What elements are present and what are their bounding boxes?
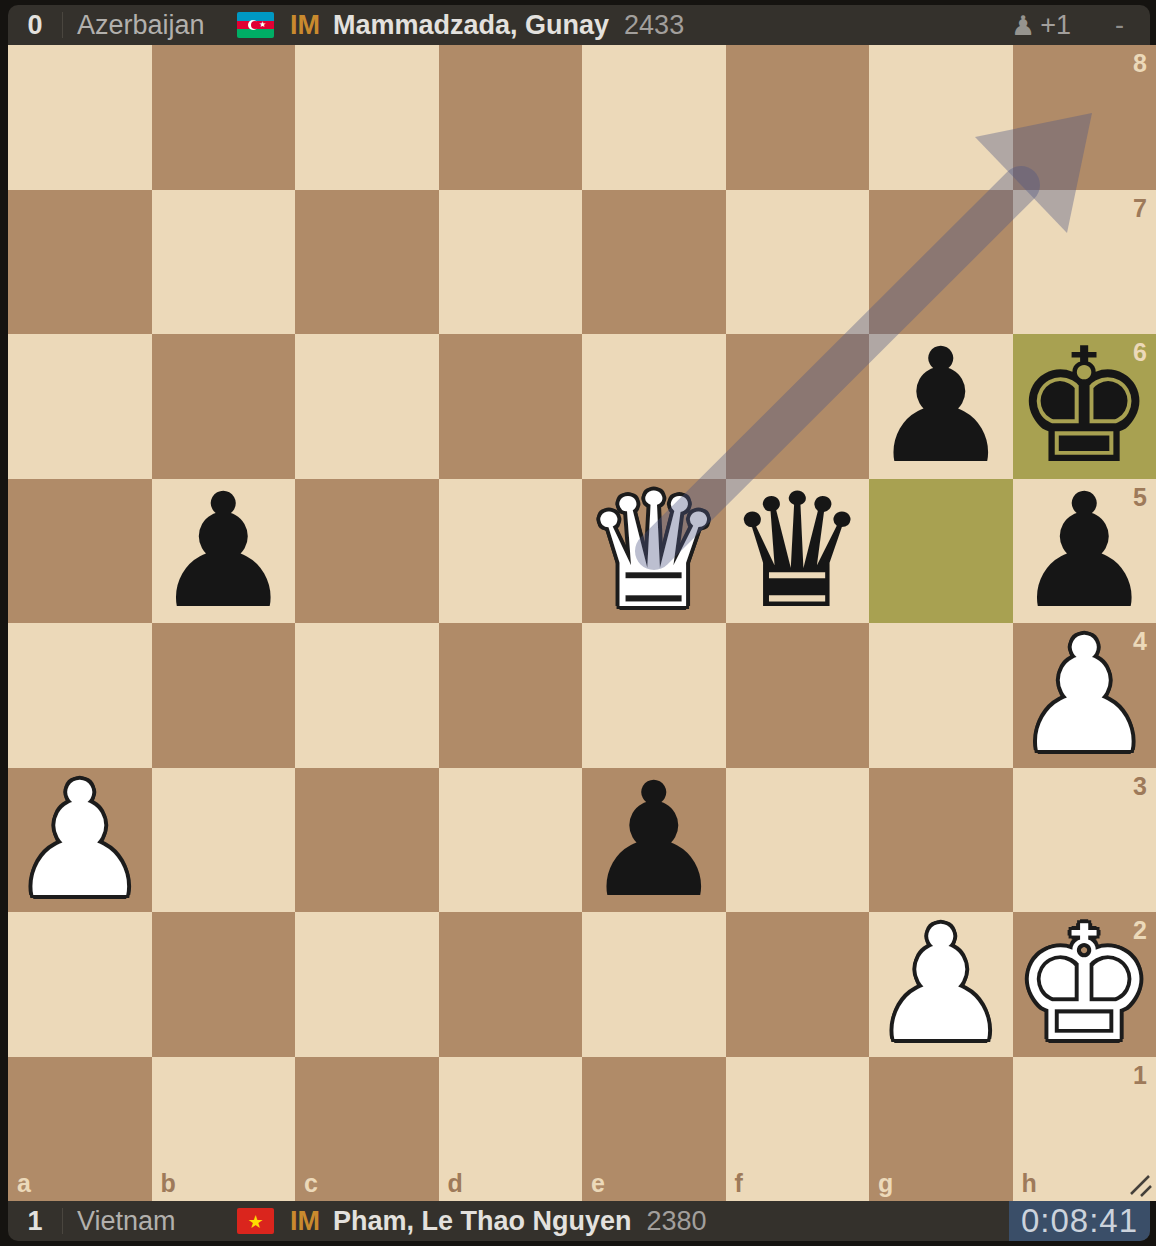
material-count: +1 (1040, 10, 1071, 41)
star-icon (259, 21, 267, 29)
bar-divider (62, 1208, 63, 1234)
bottom-player-bar: 1 Vietnam IM Pham, Le Thao Nguyen 2380 0… (8, 1201, 1150, 1241)
top-player-bar: 0 Azerbaijan IM Mammadzada, Gunay 2433 ♟… (8, 5, 1150, 45)
file-label: a (17, 1171, 31, 1196)
black-pawn[interactable]: ♟ (870, 334, 1012, 478)
square-h7[interactable]: 7 (1013, 190, 1156, 335)
square-c8[interactable] (295, 45, 439, 190)
resize-handle-icon[interactable] (1127, 1172, 1153, 1198)
square-h6[interactable]: 6♚ (1013, 334, 1156, 479)
file-label: e (591, 1171, 605, 1196)
bottom-player-score: 1 (8, 1206, 62, 1237)
square-g8[interactable] (869, 45, 1013, 190)
square-f3[interactable] (726, 768, 870, 913)
square-d6[interactable] (439, 334, 583, 479)
square-a6[interactable] (8, 334, 152, 479)
square-d2[interactable] (439, 912, 583, 1057)
rank-label: 2 (1133, 918, 1147, 943)
square-b8[interactable] (152, 45, 296, 190)
square-h5[interactable]: 5♟ (1013, 479, 1156, 624)
square-c2[interactable] (295, 912, 439, 1057)
file-label: g (878, 1171, 893, 1196)
square-h8[interactable]: 8 (1013, 45, 1156, 190)
square-c5[interactable] (295, 479, 439, 624)
square-h3[interactable]: 3 (1013, 768, 1156, 913)
square-g3[interactable] (869, 768, 1013, 913)
broadcast-board-panel: 0 Azerbaijan IM Mammadzada, Gunay 2433 ♟… (0, 0, 1156, 1246)
square-h2[interactable]: 2♚ (1013, 912, 1156, 1057)
square-e3[interactable]: ♟ (582, 768, 726, 913)
square-g6[interactable]: ♟ (869, 334, 1013, 479)
square-d3[interactable] (439, 768, 583, 913)
square-d8[interactable] (439, 45, 583, 190)
square-f1[interactable]: f (726, 1057, 870, 1202)
square-b4[interactable] (152, 623, 296, 768)
square-e8[interactable] (582, 45, 726, 190)
rank-label: 3 (1133, 774, 1147, 799)
file-label: c (304, 1171, 318, 1196)
square-b6[interactable] (152, 334, 296, 479)
chess-board: 87♟6♚♟♛♛5♟4♟♟♟3♟2♚abcdefg1h (8, 45, 1156, 1201)
square-d5[interactable] (439, 479, 583, 624)
square-f8[interactable] (726, 45, 870, 190)
square-g1[interactable]: g (869, 1057, 1013, 1202)
top-player-score: 0 (8, 10, 62, 41)
square-h4[interactable]: 4♟ (1013, 623, 1156, 768)
square-a2[interactable] (8, 912, 152, 1057)
square-e7[interactable] (582, 190, 726, 335)
file-label: f (735, 1171, 743, 1196)
square-g5[interactable] (869, 479, 1013, 624)
top-player-rating: 2433 (624, 10, 684, 41)
square-c3[interactable] (295, 768, 439, 913)
square-a8[interactable] (8, 45, 152, 190)
square-b3[interactable] (152, 768, 296, 913)
rank-label: 6 (1133, 340, 1147, 365)
bottom-player-rating: 2380 (647, 1206, 707, 1237)
rank-label: 4 (1133, 629, 1147, 654)
rank-label: 5 (1133, 485, 1147, 510)
square-f2[interactable] (726, 912, 870, 1057)
square-e1[interactable]: e (582, 1057, 726, 1202)
square-a4[interactable] (8, 623, 152, 768)
white-pawn[interactable]: ♟ (9, 768, 151, 912)
square-e2[interactable] (582, 912, 726, 1057)
square-f7[interactable] (726, 190, 870, 335)
top-player-clock: - (1115, 10, 1124, 41)
file-label: d (448, 1171, 463, 1196)
rank-label: 1 (1133, 1063, 1147, 1088)
square-e4[interactable] (582, 623, 726, 768)
white-pawn[interactable]: ♟ (870, 912, 1012, 1056)
square-a5[interactable] (8, 479, 152, 624)
square-f6[interactable] (726, 334, 870, 479)
square-d7[interactable] (439, 190, 583, 335)
top-player-team: Azerbaijan (77, 10, 237, 41)
bar-divider (62, 12, 63, 38)
square-f4[interactable] (726, 623, 870, 768)
bottom-player-name[interactable]: Pham, Le Thao Nguyen (333, 1206, 632, 1237)
square-g2[interactable]: ♟ (869, 912, 1013, 1057)
square-b2[interactable] (152, 912, 296, 1057)
square-c1[interactable]: c (295, 1057, 439, 1202)
top-player-name[interactable]: Mammadzada, Gunay (333, 10, 609, 41)
board-squares: 87♟6♚♟♛♛5♟4♟♟♟3♟2♚abcdefg1h (8, 45, 1156, 1201)
square-d4[interactable] (439, 623, 583, 768)
bottom-player-clock: 0:08:41 (1009, 1201, 1150, 1241)
square-g7[interactable] (869, 190, 1013, 335)
crescent-icon (248, 20, 258, 30)
square-a3[interactable]: ♟ (8, 768, 152, 913)
black-queen[interactable]: ♛ (726, 479, 868, 623)
square-f5[interactable]: ♛ (726, 479, 870, 624)
file-label: b (161, 1171, 176, 1196)
square-a1[interactable]: a (8, 1057, 152, 1202)
square-d1[interactable]: d (439, 1057, 583, 1202)
square-a7[interactable] (8, 190, 152, 335)
square-b7[interactable] (152, 190, 296, 335)
file-label: h (1022, 1171, 1037, 1196)
top-player-title: IM (290, 10, 320, 41)
square-e5[interactable]: ♛ (582, 479, 726, 624)
square-b5[interactable]: ♟ (152, 479, 296, 624)
vietnam-flag-icon (237, 1208, 274, 1234)
square-e6[interactable] (582, 334, 726, 479)
material-advantage: ♟ +1 (1011, 10, 1071, 41)
white-queen[interactable]: ♛ (583, 479, 725, 623)
rank-label: 7 (1133, 196, 1147, 221)
pawn-icon: ♟ (1011, 12, 1035, 39)
square-g4[interactable] (869, 623, 1013, 768)
square-b1[interactable]: b (152, 1057, 296, 1202)
black-pawn[interactable]: ♟ (583, 768, 725, 912)
square-c6[interactable] (295, 334, 439, 479)
black-pawn[interactable]: ♟ (152, 479, 294, 623)
bottom-player-title: IM (290, 1206, 320, 1237)
bottom-player-team: Vietnam (77, 1206, 237, 1237)
azerbaijan-flag-icon (237, 12, 274, 38)
square-c7[interactable] (295, 190, 439, 335)
rank-label: 8 (1133, 51, 1147, 76)
square-c4[interactable] (295, 623, 439, 768)
